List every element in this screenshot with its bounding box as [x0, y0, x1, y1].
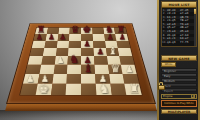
square-f1[interactable]: ♞	[96, 84, 112, 95]
board-shadow	[0, 110, 162, 119]
square-d4[interactable]: ♞	[68, 56, 81, 65]
lock-body	[158, 85, 165, 90]
square-d2[interactable]	[66, 74, 81, 84]
black-pawn[interactable]: ♟	[97, 48, 104, 56]
square-h5[interactable]	[118, 48, 132, 56]
new-game-panel: NEW GAME White BeginnerEasyMediumHardExp…	[161, 55, 197, 114]
black-pawn[interactable]: ♟	[107, 33, 114, 41]
level-row-hard[interactable]: Hard	[161, 83, 197, 87]
square-f4[interactable]	[94, 56, 108, 65]
board-grid: ♜♛♚♞♜♟♟♟♟♟♟♟♝♟♞♟♝♛♟♟♟♟♚♞♜	[19, 27, 143, 95]
square-h7[interactable]: ♟	[115, 34, 128, 41]
square-b6[interactable]	[44, 41, 57, 48]
square-h3[interactable]: ♟	[121, 65, 137, 74]
square-b4[interactable]	[41, 56, 55, 65]
square-a3[interactable]	[25, 65, 41, 74]
square-f3[interactable]	[94, 65, 108, 74]
square-e6[interactable]: ♟	[81, 41, 93, 48]
move-list[interactable]: 1.d2-d4d7-d52.c2-c4e7-e63.b1-c3g8-f64.c1…	[162, 8, 194, 46]
square-g3[interactable]: ♛	[108, 65, 123, 74]
square-b5[interactable]	[43, 48, 57, 56]
sidebar-gold-edge-right	[198, 0, 200, 120]
level-row-easy[interactable]: Easy	[161, 73, 197, 77]
level-row-medium[interactable]: Medium	[161, 78, 197, 82]
square-c6[interactable]	[56, 41, 69, 48]
white-pawn[interactable]: ♟	[26, 75, 34, 84]
new-game-title: NEW GAME	[161, 55, 197, 61]
level-row-expert[interactable]: Expert	[161, 88, 197, 92]
square-d8[interactable]: ♛	[70, 28, 81, 34]
chevron-down-icon[interactable]: ▾	[191, 94, 195, 98]
square-a1[interactable]	[20, 84, 37, 95]
square-h1[interactable]: ♜	[125, 84, 142, 95]
square-a5[interactable]	[30, 48, 44, 56]
white-king[interactable]: ♚	[37, 82, 48, 95]
square-b7[interactable]: ♟	[45, 34, 58, 41]
sidebar-gold-edge-left	[157, 0, 159, 120]
square-c3[interactable]	[53, 65, 67, 74]
square-c2[interactable]	[52, 74, 67, 84]
difficulty-level-list: BeginnerEasyMediumHardExpert	[161, 68, 197, 92]
square-d6[interactable]	[69, 41, 81, 48]
black-king[interactable]: ♚	[82, 25, 90, 34]
move-text: g4-g3	[167, 41, 180, 45]
white-queen[interactable]: ♛	[111, 62, 121, 73]
square-e1[interactable]	[81, 84, 96, 95]
black-pawn[interactable]: ♟	[60, 33, 67, 41]
board-3d-wrapper: ♜♛♚♞♜♟♟♟♟♟♟♟♝♟♞♟♝♛♟♟♟♟♚♞♜	[6, 0, 156, 104]
black-pawn[interactable]: ♟	[119, 33, 126, 41]
multiplayer-bar[interactable]: MULTIPLAYER	[161, 109, 197, 115]
square-d7[interactable]	[69, 34, 81, 41]
white-rook[interactable]: ♜	[129, 82, 140, 95]
black-queen[interactable]: ♛	[71, 25, 79, 34]
square-g5[interactable]: ♝	[106, 48, 120, 56]
lock-icon	[158, 82, 165, 90]
white-knight[interactable]: ♞	[98, 82, 109, 95]
square-e3[interactable]: ♝	[81, 65, 95, 74]
white-pawn[interactable]: ♟	[57, 56, 65, 64]
square-e8[interactable]: ♚	[81, 28, 92, 34]
board-frame-front-edge	[5, 103, 157, 111]
black-pawn[interactable]: ♟	[84, 40, 91, 48]
continue-play-button[interactable]: Continue to Play White	[161, 100, 197, 107]
scrollbar-thumb[interactable]	[194, 9, 196, 14]
square-d1[interactable]	[66, 84, 81, 95]
engine-label: Engine	[163, 94, 173, 98]
black-pawn[interactable]: ♟	[48, 33, 55, 41]
square-b3[interactable]	[39, 65, 54, 74]
square-c7[interactable]: ♟	[57, 34, 69, 41]
move-text: f7-f5	[180, 41, 193, 45]
square-h6[interactable]	[117, 41, 131, 48]
square-f5[interactable]: ♟	[93, 48, 106, 56]
black-pawn[interactable]: ♟	[36, 33, 43, 41]
engine-dropdown-row[interactable]: Engine ▾	[161, 94, 197, 99]
white-pawn[interactable]: ♟	[126, 65, 134, 74]
square-b1[interactable]: ♚	[35, 84, 52, 95]
white-bishop[interactable]: ♝	[108, 45, 117, 56]
square-c1[interactable]	[51, 84, 67, 95]
black-bishop[interactable]: ♝	[83, 62, 93, 73]
square-c4[interactable]: ♟	[54, 56, 68, 65]
square-h4[interactable]	[119, 56, 134, 65]
level-row-beginner[interactable]: Beginner	[161, 68, 197, 72]
board-frame: ♜♛♚♞♜♟♟♟♟♟♟♟♝♟♞♟♝♛♟♟♟♟♚♞♜	[6, 23, 156, 104]
square-f7[interactable]	[92, 34, 104, 41]
move-row[interactable]: 10.g4-g3f7-f5	[162, 41, 194, 45]
black-knight[interactable]: ♞	[69, 54, 79, 65]
sidebar: MOVE LIST 1.d2-d4d7-d52.c2-c4e7-e63.b1-c…	[157, 0, 200, 120]
square-d3[interactable]	[67, 65, 81, 74]
move-history-panel: MOVE LIST 1.d2-d4d7-d52.c2-c4e7-e63.b1-c…	[161, 1, 197, 47]
color-select-button[interactable]: White	[161, 62, 176, 67]
square-e2[interactable]	[81, 74, 96, 84]
chess-app: ♜♛♚♞♜♟♟♟♟♟♟♟♝♟♞♟♝♛♟♟♟♟♚♞♜ MOVE LIST 1.d2…	[0, 0, 200, 120]
move-list-scrollbar[interactable]	[194, 8, 196, 46]
